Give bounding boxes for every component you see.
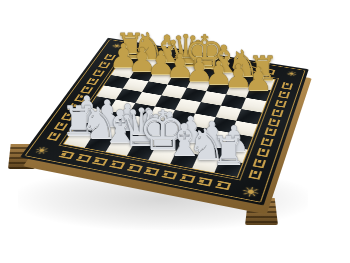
greek-key-motif bbox=[247, 66, 260, 72]
greek-key-motif bbox=[144, 167, 160, 176]
greek-key-motif bbox=[232, 63, 245, 69]
greek-key-motif bbox=[256, 148, 269, 157]
greek-key-motif bbox=[73, 94, 87, 102]
greek-key-motif bbox=[127, 163, 143, 172]
greek-key-motif bbox=[130, 47, 143, 53]
greek-key-motif bbox=[59, 150, 75, 159]
greek-key-motif bbox=[161, 170, 177, 179]
greek-key-motif bbox=[248, 169, 262, 179]
greek-key-motif bbox=[187, 56, 200, 62]
greek-key-motif bbox=[260, 137, 273, 146]
greek-key-motif bbox=[103, 54, 115, 61]
greek-key-motif bbox=[46, 132, 61, 141]
greek-key-motif bbox=[92, 69, 105, 76]
greek-key-motif bbox=[173, 54, 186, 60]
greek-key-motif bbox=[86, 77, 99, 84]
square bbox=[214, 159, 242, 177]
greek-key-motif bbox=[274, 99, 286, 107]
greek-key-motif bbox=[80, 86, 93, 94]
greek-key-motif bbox=[215, 180, 231, 190]
greek-key-motif bbox=[197, 177, 213, 186]
greek-key-motif bbox=[67, 103, 81, 111]
greek-key-motif bbox=[92, 157, 108, 166]
greek-key-motif bbox=[202, 58, 215, 64]
greek-key-motif bbox=[158, 52, 171, 58]
greek-key-motif bbox=[60, 112, 74, 120]
greek-key-motif bbox=[271, 108, 283, 116]
greek-key-motif bbox=[264, 127, 277, 136]
greek-key-motif bbox=[267, 118, 280, 127]
greek-key-motif bbox=[179, 173, 195, 182]
greek-key-motif bbox=[53, 122, 67, 131]
greek-key-motif bbox=[144, 49, 157, 55]
sun-emblem-icon: ☀ bbox=[235, 182, 265, 202]
greek-key-motif bbox=[76, 153, 92, 162]
greek-key-motif bbox=[252, 158, 265, 168]
greek-key-motif bbox=[281, 82, 293, 90]
greek-key-motif bbox=[109, 160, 125, 169]
greek-key-motif bbox=[217, 61, 230, 67]
greek-key-motif bbox=[278, 91, 290, 99]
greek-key-motif bbox=[98, 61, 111, 68]
chess-set-photo: ☀ ☀ ☀ ☀ ♜♞♝♛♚♝♞♜♟♟♟♟♟♟♟♟♟♟♟♟♟♟♟♟♜♞♝♛♚♝♞♜ bbox=[0, 0, 350, 263]
greek-key-motif bbox=[262, 68, 275, 75]
